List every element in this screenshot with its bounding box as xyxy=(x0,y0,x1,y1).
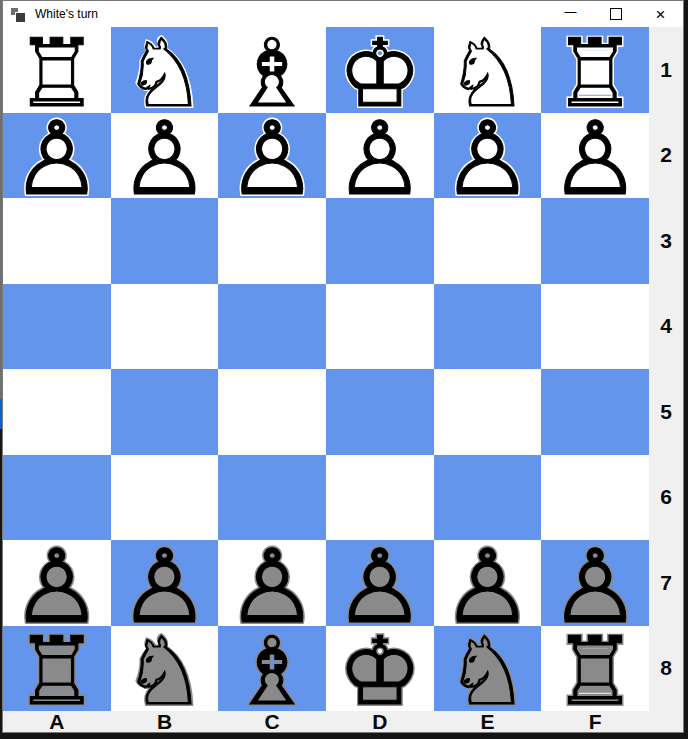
white-pawn xyxy=(3,113,111,199)
square-f7[interactable] xyxy=(541,540,649,626)
rank-label-8: 8 xyxy=(649,626,683,712)
gray-pawn xyxy=(434,540,542,626)
square-c5[interactable] xyxy=(218,369,326,455)
close-icon: × xyxy=(656,6,666,23)
square-a8[interactable] xyxy=(3,626,111,712)
square-f3[interactable] xyxy=(541,198,649,284)
minimize-icon: — xyxy=(565,6,577,18)
rank-label-5: 5 xyxy=(649,369,683,455)
gray-pawn xyxy=(218,540,326,626)
square-b3[interactable] xyxy=(111,198,219,284)
label-strip-corner xyxy=(649,711,683,732)
square-c4[interactable] xyxy=(218,284,326,370)
white-pawn xyxy=(326,113,434,199)
square-c7[interactable] xyxy=(218,540,326,626)
square-a2[interactable] xyxy=(3,113,111,199)
square-c3[interactable] xyxy=(218,198,326,284)
square-d4[interactable] xyxy=(326,284,434,370)
chess-board: 12345678ABCDEF xyxy=(3,27,683,732)
gray-bishop xyxy=(218,626,326,712)
rank-label-1: 1 xyxy=(649,27,683,113)
gray-knight xyxy=(434,626,542,712)
white-pawn xyxy=(541,113,649,199)
square-e2[interactable] xyxy=(434,113,542,199)
gray-pawn xyxy=(3,540,111,626)
gray-pawn xyxy=(111,540,219,626)
square-a3[interactable] xyxy=(3,198,111,284)
square-b2[interactable] xyxy=(111,113,219,199)
square-c2[interactable] xyxy=(218,113,326,199)
square-b7[interactable] xyxy=(111,540,219,626)
square-b8[interactable] xyxy=(111,626,219,712)
gray-knight xyxy=(111,626,219,712)
gray-king xyxy=(326,626,434,712)
square-f5[interactable] xyxy=(541,369,649,455)
square-c8[interactable] xyxy=(218,626,326,712)
gray-pawn xyxy=(326,540,434,626)
square-d7[interactable] xyxy=(326,540,434,626)
square-a4[interactable] xyxy=(3,284,111,370)
square-d2[interactable] xyxy=(326,113,434,199)
white-pawn xyxy=(111,113,219,199)
rank-label-7: 7 xyxy=(649,540,683,626)
square-b4[interactable] xyxy=(111,284,219,370)
square-f8[interactable] xyxy=(541,626,649,712)
square-d3[interactable] xyxy=(326,198,434,284)
square-e4[interactable] xyxy=(434,284,542,370)
rank-label-2: 2 xyxy=(649,113,683,199)
close-button[interactable]: × xyxy=(638,1,683,27)
square-e8[interactable] xyxy=(434,626,542,712)
square-a5[interactable] xyxy=(3,369,111,455)
square-d5[interactable] xyxy=(326,369,434,455)
rank-label-4: 4 xyxy=(649,284,683,370)
square-f4[interactable] xyxy=(541,284,649,370)
square-b5[interactable] xyxy=(111,369,219,455)
app-window: White's turn — × 12345678ABCDEF xyxy=(2,0,684,733)
square-f2[interactable] xyxy=(541,113,649,199)
gray-pawn xyxy=(541,540,649,626)
square-e5[interactable] xyxy=(434,369,542,455)
white-pawn xyxy=(218,113,326,199)
white-pawn xyxy=(434,113,542,199)
square-e3[interactable] xyxy=(434,198,542,284)
square-a7[interactable] xyxy=(3,540,111,626)
rank-label-3: 3 xyxy=(649,198,683,284)
square-e7[interactable] xyxy=(434,540,542,626)
square-d8[interactable] xyxy=(326,626,434,712)
gray-rook xyxy=(3,626,111,712)
rank-label-6: 6 xyxy=(649,455,683,541)
gray-rook xyxy=(541,626,649,712)
